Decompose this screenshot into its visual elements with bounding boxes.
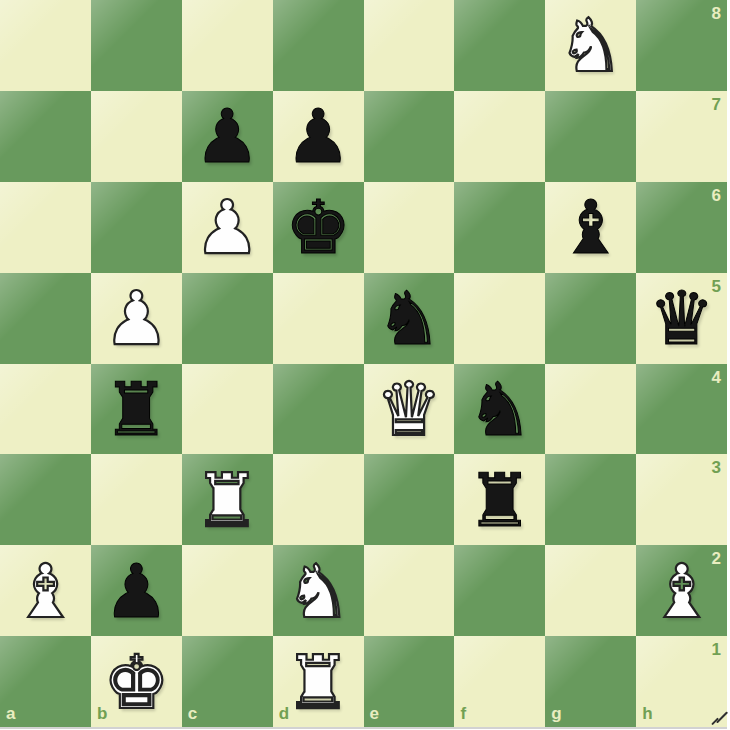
square-g7[interactable] (545, 91, 636, 182)
square-f6[interactable] (454, 182, 545, 273)
white-king[interactable]: ♚ (91, 636, 182, 727)
square-d8[interactable] (273, 0, 364, 91)
square-a2[interactable]: ♝ (0, 545, 91, 636)
square-f2[interactable] (454, 545, 545, 636)
square-g6[interactable]: ♝ (545, 182, 636, 273)
square-d2[interactable]: ♞ (273, 545, 364, 636)
rank-label-7: 7 (712, 95, 721, 115)
square-h6[interactable]: 6 (636, 182, 727, 273)
square-f7[interactable] (454, 91, 545, 182)
square-c8[interactable] (182, 0, 273, 91)
square-e2[interactable] (364, 545, 455, 636)
square-c6[interactable]: ♟ (182, 182, 273, 273)
square-h4[interactable]: 4 (636, 364, 727, 455)
square-a4[interactable] (0, 364, 91, 455)
square-h3[interactable]: 3 (636, 454, 727, 545)
square-c1[interactable]: c (182, 636, 273, 727)
square-c5[interactable] (182, 273, 273, 364)
square-g1[interactable]: g (545, 636, 636, 727)
file-label-c: c (188, 704, 197, 724)
square-h5[interactable]: 5♛ (636, 273, 727, 364)
file-label-h: h (642, 704, 652, 724)
square-f1[interactable]: f (454, 636, 545, 727)
chess-board: ♞8♟♟7♟♚♝6♟♞5♛♜♛♞4♜♜3♝♟♞2♝ab♚cd♜efg1h (0, 0, 727, 729)
square-d3[interactable] (273, 454, 364, 545)
square-g2[interactable] (545, 545, 636, 636)
rank-label-8: 8 (712, 4, 721, 24)
black-bishop[interactable]: ♝ (545, 182, 636, 273)
rank-label-3: 3 (712, 458, 721, 478)
white-knight[interactable]: ♞ (545, 0, 636, 91)
square-e5[interactable]: ♞ (364, 273, 455, 364)
black-queen[interactable]: ♛ (636, 273, 727, 364)
white-pawn[interactable]: ♟ (91, 273, 182, 364)
square-d5[interactable] (273, 273, 364, 364)
square-e8[interactable] (364, 0, 455, 91)
square-b1[interactable]: b♚ (91, 636, 182, 727)
square-h2[interactable]: 2♝ (636, 545, 727, 636)
square-d1[interactable]: d♜ (273, 636, 364, 727)
square-b8[interactable] (91, 0, 182, 91)
square-d6[interactable]: ♚ (273, 182, 364, 273)
white-rook[interactable]: ♜ (273, 636, 364, 727)
square-f5[interactable] (454, 273, 545, 364)
chess-app-page: ♞8♟♟7♟♚♝6♟♞5♛♜♛♞4♜♜3♝♟♞2♝ab♚cd♜efg1h (0, 0, 730, 730)
square-g3[interactable] (545, 454, 636, 545)
square-b2[interactable]: ♟ (91, 545, 182, 636)
white-queen[interactable]: ♛ (364, 364, 455, 455)
square-g8[interactable]: ♞ (545, 0, 636, 91)
square-a1[interactable]: a (0, 636, 91, 727)
square-b4[interactable]: ♜ (91, 364, 182, 455)
black-knight[interactable]: ♞ (454, 364, 545, 455)
square-g5[interactable] (545, 273, 636, 364)
square-a3[interactable] (0, 454, 91, 545)
resize-grip-icon[interactable] (708, 710, 726, 726)
square-h8[interactable]: 8 (636, 0, 727, 91)
square-a5[interactable] (0, 273, 91, 364)
square-a6[interactable] (0, 182, 91, 273)
black-pawn[interactable]: ♟ (273, 91, 364, 182)
white-rook[interactable]: ♜ (182, 454, 273, 545)
black-king[interactable]: ♚ (273, 182, 364, 273)
file-label-f: f (460, 704, 466, 724)
square-b3[interactable] (91, 454, 182, 545)
file-label-e: e (370, 704, 379, 724)
square-e1[interactable]: e (364, 636, 455, 727)
white-bishop[interactable]: ♝ (636, 545, 727, 636)
square-e7[interactable] (364, 91, 455, 182)
black-knight[interactable]: ♞ (364, 273, 455, 364)
black-pawn[interactable]: ♟ (182, 91, 273, 182)
square-e6[interactable] (364, 182, 455, 273)
black-pawn[interactable]: ♟ (91, 545, 182, 636)
file-label-a: a (6, 704, 15, 724)
square-c2[interactable] (182, 545, 273, 636)
square-a8[interactable] (0, 0, 91, 91)
square-b7[interactable] (91, 91, 182, 182)
file-label-g: g (551, 704, 561, 724)
square-h7[interactable]: 7 (636, 91, 727, 182)
rank-label-4: 4 (712, 368, 721, 388)
square-e4[interactable]: ♛ (364, 364, 455, 455)
square-e3[interactable] (364, 454, 455, 545)
square-g4[interactable] (545, 364, 636, 455)
white-knight[interactable]: ♞ (273, 545, 364, 636)
square-c7[interactable]: ♟ (182, 91, 273, 182)
square-d4[interactable] (273, 364, 364, 455)
square-a7[interactable] (0, 91, 91, 182)
black-rook[interactable]: ♜ (91, 364, 182, 455)
square-d7[interactable]: ♟ (273, 91, 364, 182)
rank-label-1: 1 (712, 640, 721, 660)
square-b6[interactable] (91, 182, 182, 273)
square-f4[interactable]: ♞ (454, 364, 545, 455)
white-bishop[interactable]: ♝ (0, 545, 91, 636)
square-c3[interactable]: ♜ (182, 454, 273, 545)
rank-label-6: 6 (712, 186, 721, 206)
black-rook[interactable]: ♜ (454, 454, 545, 545)
white-pawn[interactable]: ♟ (182, 182, 273, 273)
square-b5[interactable]: ♟ (91, 273, 182, 364)
square-f8[interactable] (454, 0, 545, 91)
square-f3[interactable]: ♜ (454, 454, 545, 545)
square-c4[interactable] (182, 364, 273, 455)
